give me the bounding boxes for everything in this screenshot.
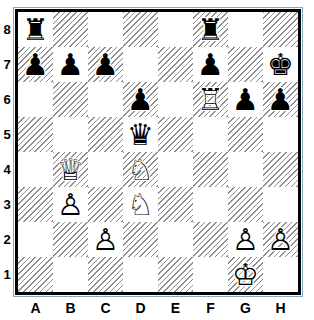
- rank-label-3: 3: [0, 187, 14, 222]
- square-e7[interactable]: [158, 47, 193, 82]
- square-a2[interactable]: [18, 222, 53, 257]
- square-h1[interactable]: [263, 257, 298, 292]
- square-h2[interactable]: ♙: [263, 222, 298, 257]
- file-label-A: A: [18, 299, 53, 317]
- file-label-H: H: [263, 299, 298, 317]
- file-label-F: F: [193, 299, 228, 317]
- square-f1[interactable]: [193, 257, 228, 292]
- black-pawn-c7[interactable]: ♟: [92, 47, 119, 82]
- black-king-h7[interactable]: ♚: [267, 47, 294, 82]
- square-h6[interactable]: ♟: [263, 82, 298, 117]
- black-rook-a8[interactable]: ♜: [22, 12, 49, 47]
- black-pawn-d6[interactable]: ♟: [127, 82, 154, 117]
- square-g3[interactable]: [228, 187, 263, 222]
- square-h3[interactable]: [263, 187, 298, 222]
- square-b1[interactable]: [53, 257, 88, 292]
- white-pawn-g2[interactable]: ♙: [232, 222, 259, 257]
- square-g2[interactable]: ♙: [228, 222, 263, 257]
- square-c8[interactable]: [88, 12, 123, 47]
- square-c6[interactable]: [88, 82, 123, 117]
- square-d2[interactable]: [123, 222, 158, 257]
- white-king-g1[interactable]: ♔: [232, 257, 259, 292]
- square-e5[interactable]: [158, 117, 193, 152]
- square-b5[interactable]: [53, 117, 88, 152]
- square-f8[interactable]: ♜: [193, 12, 228, 47]
- white-queen-b4[interactable]: ♕: [57, 152, 84, 187]
- black-pawn-g6[interactable]: ♟: [232, 82, 259, 117]
- square-a6[interactable]: [18, 82, 53, 117]
- square-h8[interactable]: [263, 12, 298, 47]
- white-pawn-b3[interactable]: ♙: [57, 187, 84, 222]
- rank-label-7: 7: [0, 47, 14, 82]
- rank-label-2: 2: [0, 222, 14, 257]
- square-g8[interactable]: [228, 12, 263, 47]
- square-e6[interactable]: [158, 82, 193, 117]
- square-a5[interactable]: [18, 117, 53, 152]
- rank-label-1: 1: [0, 257, 14, 292]
- file-label-B: B: [53, 299, 88, 317]
- square-b8[interactable]: [53, 12, 88, 47]
- square-g4[interactable]: [228, 152, 263, 187]
- white-knight-d4[interactable]: ♘: [127, 152, 154, 187]
- square-d6[interactable]: ♟: [123, 82, 158, 117]
- square-a8[interactable]: ♜: [18, 12, 53, 47]
- rank-label-5: 5: [0, 117, 14, 152]
- square-b3[interactable]: ♙: [53, 187, 88, 222]
- chess-board: ♜♜♟♟♟♟♚♟♖♟♟♛♕♘♙♘♙♙♙♔: [15, 9, 301, 295]
- square-f3[interactable]: [193, 187, 228, 222]
- square-c5[interactable]: [88, 117, 123, 152]
- file-label-G: G: [228, 299, 263, 317]
- file-label-C: C: [88, 299, 123, 317]
- white-knight-d3[interactable]: ♘: [127, 187, 154, 222]
- black-pawn-a7[interactable]: ♟: [22, 47, 49, 82]
- square-f7[interactable]: ♟: [193, 47, 228, 82]
- square-a4[interactable]: [18, 152, 53, 187]
- square-f5[interactable]: [193, 117, 228, 152]
- square-g5[interactable]: [228, 117, 263, 152]
- rank-label-4: 4: [0, 152, 14, 187]
- square-d5[interactable]: ♛: [123, 117, 158, 152]
- square-a3[interactable]: [18, 187, 53, 222]
- black-rook-f8[interactable]: ♜: [197, 12, 224, 47]
- square-e2[interactable]: [158, 222, 193, 257]
- square-b7[interactable]: ♟: [53, 47, 88, 82]
- square-c2[interactable]: ♙: [88, 222, 123, 257]
- square-f2[interactable]: [193, 222, 228, 257]
- square-c1[interactable]: [88, 257, 123, 292]
- square-h4[interactable]: [263, 152, 298, 187]
- square-b2[interactable]: [53, 222, 88, 257]
- square-h7[interactable]: ♚: [263, 47, 298, 82]
- rank-label-8: 8: [0, 12, 14, 47]
- rank-labels: 87654321: [0, 12, 14, 292]
- black-pawn-b7[interactable]: ♟: [57, 47, 84, 82]
- white-pawn-h2[interactable]: ♙: [267, 222, 294, 257]
- square-g6[interactable]: ♟: [228, 82, 263, 117]
- black-pawn-h6[interactable]: ♟: [267, 82, 294, 117]
- square-c3[interactable]: [88, 187, 123, 222]
- square-a7[interactable]: ♟: [18, 47, 53, 82]
- square-e3[interactable]: [158, 187, 193, 222]
- white-rook-f6[interactable]: ♖: [197, 82, 224, 117]
- square-c4[interactable]: [88, 152, 123, 187]
- square-f6[interactable]: ♖: [193, 82, 228, 117]
- file-label-D: D: [123, 299, 158, 317]
- black-pawn-f7[interactable]: ♟: [197, 47, 224, 82]
- chess-diagram: 87654321 ♜♜♟♟♟♟♚♟♖♟♟♛♕♘♙♘♙♙♙♔ ABCDEFGH: [0, 0, 314, 320]
- square-f4[interactable]: [193, 152, 228, 187]
- rank-label-6: 6: [0, 82, 14, 117]
- square-c7[interactable]: ♟: [88, 47, 123, 82]
- white-pawn-c2[interactable]: ♙: [92, 222, 119, 257]
- black-queen-d5[interactable]: ♛: [127, 117, 154, 152]
- board-frame: ♜♜♟♟♟♟♚♟♖♟♟♛♕♘♙♘♙♙♙♔: [13, 7, 303, 297]
- square-a1[interactable]: [18, 257, 53, 292]
- square-b6[interactable]: [53, 82, 88, 117]
- square-d8[interactable]: [123, 12, 158, 47]
- square-h5[interactable]: [263, 117, 298, 152]
- square-g7[interactable]: [228, 47, 263, 82]
- square-g1[interactable]: ♔: [228, 257, 263, 292]
- square-e4[interactable]: [158, 152, 193, 187]
- file-label-E: E: [158, 299, 193, 317]
- square-e8[interactable]: [158, 12, 193, 47]
- square-b4[interactable]: ♕: [53, 152, 88, 187]
- square-d7[interactable]: [123, 47, 158, 82]
- square-e1[interactable]: [158, 257, 193, 292]
- square-d3[interactable]: ♘: [123, 187, 158, 222]
- square-d1[interactable]: [123, 257, 158, 292]
- square-d4[interactable]: ♘: [123, 152, 158, 187]
- file-labels: ABCDEFGH: [18, 299, 298, 317]
